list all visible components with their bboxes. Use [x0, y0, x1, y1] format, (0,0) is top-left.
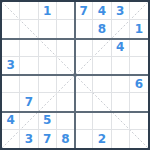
cell-r1c6[interactable]: 4	[93, 2, 111, 20]
cell-r5c7[interactable]	[112, 75, 130, 93]
cell-r1c1[interactable]	[2, 2, 20, 20]
cell-r4c6[interactable]	[93, 57, 111, 75]
cell-r8c7[interactable]	[112, 130, 130, 148]
cell-r8c6[interactable]: 2	[93, 130, 111, 148]
cell-r5c2[interactable]	[20, 75, 38, 93]
cell-r6c5[interactable]	[75, 93, 93, 111]
cell-r2c5[interactable]	[75, 20, 93, 38]
cell-r2c6[interactable]: 8	[93, 20, 111, 38]
cell-r5c3[interactable]	[39, 75, 57, 93]
cell-r2c2[interactable]	[20, 20, 38, 38]
cell-r4c7[interactable]	[112, 57, 130, 75]
cell-r2c1[interactable]	[2, 20, 20, 38]
cell-r6c6[interactable]	[93, 93, 111, 111]
cell-r8c4[interactable]: 8	[57, 130, 75, 148]
cell-r6c8[interactable]	[130, 93, 148, 111]
cell-r4c4[interactable]	[57, 57, 75, 75]
cell-r1c3[interactable]: 1	[39, 2, 57, 20]
cell-r6c2[interactable]: 7	[20, 93, 38, 111]
cell-r4c5[interactable]	[75, 57, 93, 75]
cell-r5c8[interactable]: 6	[130, 75, 148, 93]
cell-r4c3[interactable]	[39, 57, 57, 75]
cell-r7c8[interactable]	[130, 112, 148, 130]
cell-r2c4[interactable]	[57, 20, 75, 38]
cell-grid: 1743814367453782	[2, 2, 148, 148]
cell-r6c7[interactable]	[112, 93, 130, 111]
cell-r5c1[interactable]	[2, 75, 20, 93]
cell-r4c2[interactable]	[20, 57, 38, 75]
cell-r6c1[interactable]	[2, 93, 20, 111]
cell-r1c8[interactable]	[130, 2, 148, 20]
cell-r4c1[interactable]: 3	[2, 57, 20, 75]
cell-r3c3[interactable]	[39, 39, 57, 57]
cell-r8c1[interactable]	[2, 130, 20, 148]
cell-r3c8[interactable]	[130, 39, 148, 57]
cell-r6c4[interactable]	[57, 93, 75, 111]
cell-r5c4[interactable]	[57, 75, 75, 93]
cell-r8c2[interactable]: 3	[20, 130, 38, 148]
cell-r1c4[interactable]	[57, 2, 75, 20]
cell-r4c8[interactable]	[130, 57, 148, 75]
cell-r7c7[interactable]	[112, 112, 130, 130]
cell-r3c2[interactable]	[20, 39, 38, 57]
cell-r3c1[interactable]	[2, 39, 20, 57]
cell-r7c2[interactable]	[20, 112, 38, 130]
cell-r3c6[interactable]	[93, 39, 111, 57]
cell-r2c7[interactable]	[112, 20, 130, 38]
cell-r7c1[interactable]: 4	[2, 112, 20, 130]
cell-r5c5[interactable]	[75, 75, 93, 93]
cell-r7c3[interactable]: 5	[39, 112, 57, 130]
cell-r6c3[interactable]	[39, 93, 57, 111]
cell-r2c8[interactable]: 1	[130, 20, 148, 38]
cell-r2c3[interactable]	[39, 20, 57, 38]
sudoku-board: 1743814367453782	[0, 0, 150, 150]
cell-r1c2[interactable]	[20, 2, 38, 20]
cell-r7c5[interactable]	[75, 112, 93, 130]
cell-r7c4[interactable]	[57, 112, 75, 130]
cell-r1c7[interactable]: 3	[112, 2, 130, 20]
cell-r3c4[interactable]	[57, 39, 75, 57]
cell-r8c3[interactable]: 7	[39, 130, 57, 148]
cell-r8c8[interactable]	[130, 130, 148, 148]
cell-r3c5[interactable]	[75, 39, 93, 57]
cell-r3c7[interactable]: 4	[112, 39, 130, 57]
cell-r1c5[interactable]: 7	[75, 2, 93, 20]
cell-r8c5[interactable]	[75, 130, 93, 148]
cell-r5c6[interactable]	[93, 75, 111, 93]
cell-r7c6[interactable]	[93, 112, 111, 130]
